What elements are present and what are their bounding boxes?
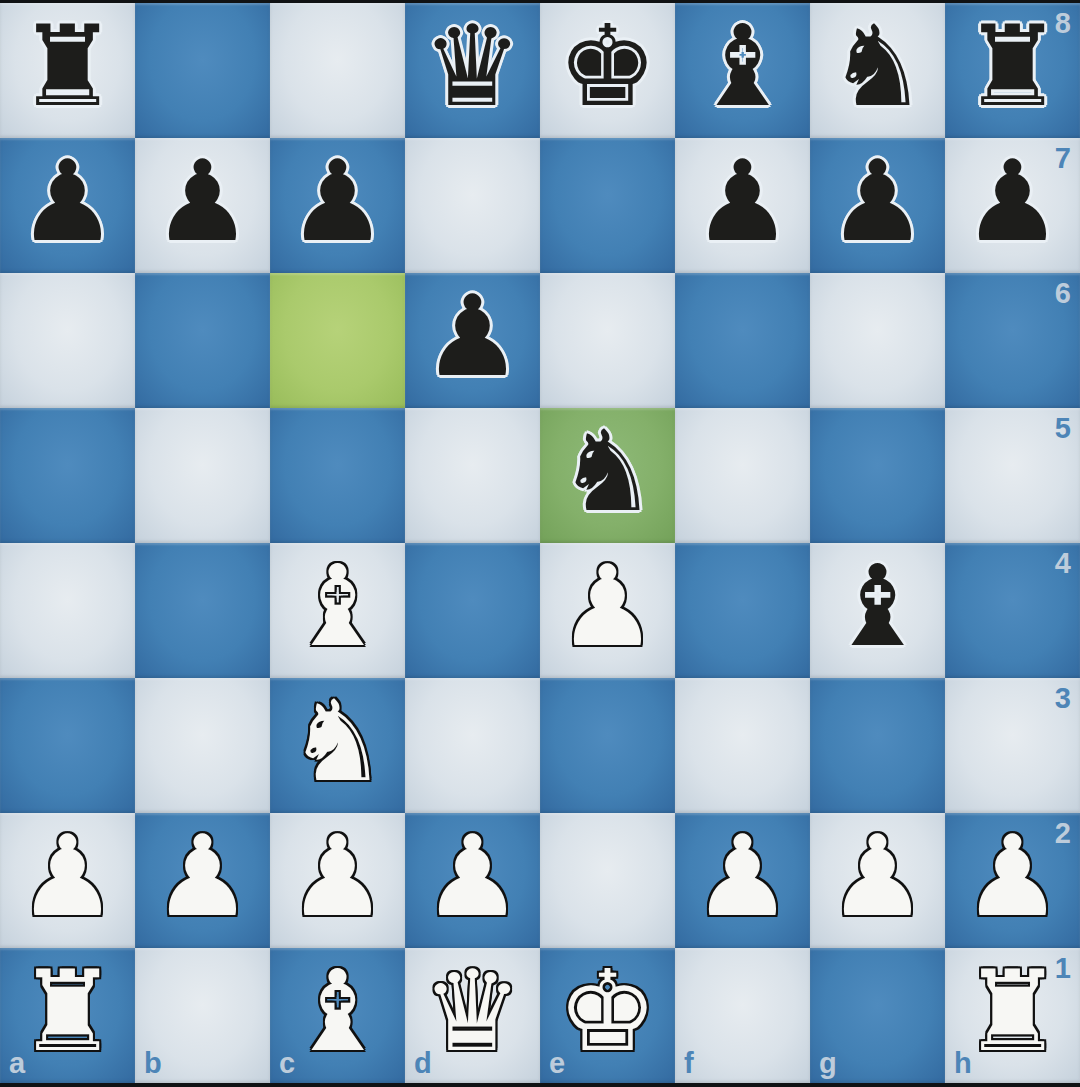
square-b4[interactable] [135,543,270,678]
rank-label-2: 2 [1055,819,1071,848]
square-c6[interactable] [270,273,405,408]
square-e3[interactable] [540,678,675,813]
square-g4[interactable]: ♝ [810,543,945,678]
square-h8[interactable]: ♜8 [945,3,1080,138]
rank-label-8: 8 [1055,9,1071,38]
square-e6[interactable] [540,273,675,408]
piece-black-pawn[interactable]: ♟ [152,134,252,269]
square-c2[interactable]: ♟ [270,813,405,948]
square-f3[interactable] [675,678,810,813]
file-label-f: f [684,1049,694,1078]
square-f7[interactable]: ♟ [675,138,810,273]
square-b5[interactable] [135,408,270,543]
square-c7[interactable]: ♟ [270,138,405,273]
square-h2[interactable]: ♟2 [945,813,1080,948]
piece-black-pawn[interactable]: ♟ [692,134,792,269]
square-d3[interactable] [405,678,540,813]
piece-white-pawn[interactable]: ♟ [287,809,387,944]
square-c1[interactable]: ♝c [270,948,405,1083]
piece-white-rook[interactable]: ♜ [17,944,117,1079]
square-g5[interactable] [810,408,945,543]
square-b2[interactable]: ♟ [135,813,270,948]
square-a6[interactable] [0,273,135,408]
square-c5[interactable] [270,408,405,543]
square-h3[interactable]: 3 [945,678,1080,813]
square-d5[interactable] [405,408,540,543]
piece-black-king[interactable]: ♚ [557,0,657,134]
square-g1[interactable]: g [810,948,945,1083]
square-d7[interactable] [405,138,540,273]
square-g7[interactable]: ♟ [810,138,945,273]
piece-white-rook[interactable]: ♜ [962,944,1062,1079]
square-f4[interactable] [675,543,810,678]
rank-label-5: 5 [1055,414,1071,443]
square-g3[interactable] [810,678,945,813]
square-e5[interactable]: ♞ [540,408,675,543]
piece-black-bishop[interactable]: ♝ [692,0,792,134]
piece-white-pawn[interactable]: ♟ [827,809,927,944]
square-b7[interactable]: ♟ [135,138,270,273]
piece-white-pawn[interactable]: ♟ [152,809,252,944]
file-label-g: g [819,1049,837,1078]
piece-white-king[interactable]: ♚ [557,944,657,1079]
piece-white-pawn[interactable]: ♟ [692,809,792,944]
square-e1[interactable]: ♚e [540,948,675,1083]
file-label-h: h [954,1049,972,1078]
file-label-d: d [414,1049,432,1078]
square-a3[interactable] [0,678,135,813]
piece-white-queen[interactable]: ♛ [422,944,522,1079]
square-a1[interactable]: ♜a [0,948,135,1083]
piece-black-queen[interactable]: ♛ [422,0,522,134]
square-f1[interactable]: f [675,948,810,1083]
piece-white-knight[interactable]: ♞ [287,674,387,809]
chess-board: ♜♛♚♝♞♜8♟♟♟♟♟♟7♟6♞5♝♟♝4♞3♟♟♟♟♟♟♟2♜ab♝c♛d♚… [0,3,1080,1083]
rank-label-6: 6 [1055,279,1071,308]
piece-white-bishop[interactable]: ♝ [287,944,387,1079]
piece-black-pawn[interactable]: ♟ [962,134,1062,269]
square-c4[interactable]: ♝ [270,543,405,678]
piece-white-pawn[interactable]: ♟ [557,539,657,674]
square-d2[interactable]: ♟ [405,813,540,948]
square-g2[interactable]: ♟ [810,813,945,948]
square-f5[interactable] [675,408,810,543]
square-e8[interactable]: ♚ [540,3,675,138]
square-g8[interactable]: ♞ [810,3,945,138]
file-label-a: a [9,1049,25,1078]
square-b6[interactable] [135,273,270,408]
piece-black-knight[interactable]: ♞ [827,0,927,134]
piece-black-knight[interactable]: ♞ [557,404,657,539]
square-a7[interactable]: ♟ [0,138,135,273]
file-label-b: b [144,1049,162,1078]
square-f8[interactable]: ♝ [675,3,810,138]
piece-black-bishop[interactable]: ♝ [827,539,927,674]
square-h1[interactable]: ♜1h [945,948,1080,1083]
piece-white-pawn[interactable]: ♟ [962,809,1062,944]
rank-label-7: 7 [1055,144,1071,173]
square-d6[interactable]: ♟ [405,273,540,408]
square-a4[interactable] [0,543,135,678]
rank-label-3: 3 [1055,684,1071,713]
piece-black-pawn[interactable]: ♟ [287,134,387,269]
file-label-c: c [279,1049,295,1078]
square-h6[interactable]: 6 [945,273,1080,408]
piece-black-rook[interactable]: ♜ [17,0,117,134]
square-d1[interactable]: ♛d [405,948,540,1083]
piece-white-pawn[interactable]: ♟ [17,809,117,944]
square-c3[interactable]: ♞ [270,678,405,813]
square-e7[interactable] [540,138,675,273]
square-f6[interactable] [675,273,810,408]
square-a5[interactable] [0,408,135,543]
square-b1[interactable]: b [135,948,270,1083]
piece-black-pawn[interactable]: ♟ [827,134,927,269]
square-a8[interactable]: ♜ [0,3,135,138]
piece-white-pawn[interactable]: ♟ [422,809,522,944]
square-h7[interactable]: ♟7 [945,138,1080,273]
square-c8[interactable] [270,3,405,138]
file-label-e: e [549,1049,565,1078]
square-d4[interactable] [405,543,540,678]
piece-white-bishop[interactable]: ♝ [287,539,387,674]
square-g6[interactable] [810,273,945,408]
square-d8[interactable]: ♛ [405,3,540,138]
rank-label-1: 1 [1055,954,1071,983]
square-b8[interactable] [135,3,270,138]
square-b3[interactable] [135,678,270,813]
square-h4[interactable]: 4 [945,543,1080,678]
piece-black-rook[interactable]: ♜ [962,0,1062,134]
square-a2[interactable]: ♟ [0,813,135,948]
square-e4[interactable]: ♟ [540,543,675,678]
square-f2[interactable]: ♟ [675,813,810,948]
piece-black-pawn[interactable]: ♟ [17,134,117,269]
square-e2[interactable] [540,813,675,948]
piece-black-pawn[interactable]: ♟ [422,269,522,404]
square-h5[interactable]: 5 [945,408,1080,543]
rank-label-4: 4 [1055,549,1071,578]
chess-app-frame: ♜♛♚♝♞♜8♟♟♟♟♟♟7♟6♞5♝♟♝4♞3♟♟♟♟♟♟♟2♜ab♝c♛d♚… [0,0,1080,1087]
